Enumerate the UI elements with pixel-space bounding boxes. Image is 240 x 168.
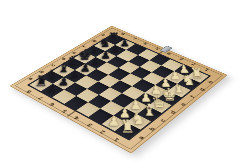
chess-board: abcdefgh abcdefgh 87654321 87654321 ♜♞♝♛… <box>10 26 228 154</box>
photo-background: abcdefgh abcdefgh 87654321 87654321 ♜♞♝♛… <box>0 0 240 168</box>
chess-board-grid: ♜♞♝♛♚♝♞♜♟♟♟♟♟♟♟♟♟♟♟♟♟♟♟♟♜♞♝♛♚♝♞♜ <box>27 33 211 140</box>
